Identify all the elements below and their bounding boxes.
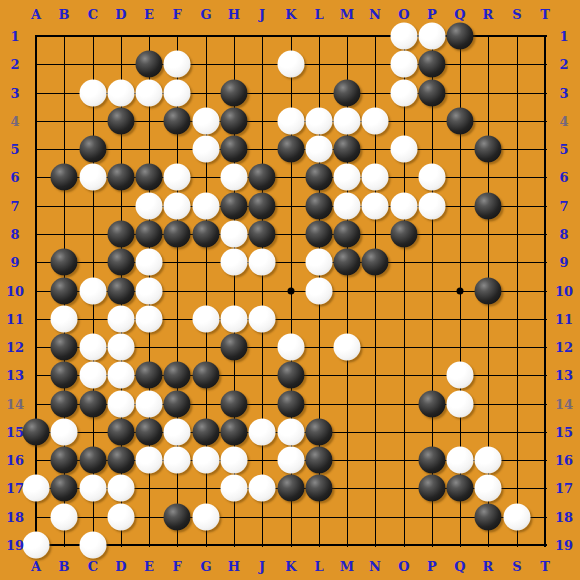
stone-white[interactable] <box>419 164 446 191</box>
stone-white[interactable] <box>164 447 191 474</box>
stone-black[interactable] <box>80 136 107 163</box>
star-point <box>457 288 464 295</box>
coordinate-label: 13 <box>6 368 24 383</box>
coordinate-label: R <box>483 559 494 574</box>
stone-white[interactable] <box>278 419 305 446</box>
stone-white[interactable] <box>306 108 333 135</box>
stone-white[interactable] <box>447 391 474 418</box>
stone-black[interactable] <box>278 475 305 502</box>
coordinate-label: 17 <box>6 481 24 496</box>
stone-black[interactable] <box>136 51 163 78</box>
stone-white[interactable] <box>334 334 361 361</box>
stone-white[interactable] <box>362 108 389 135</box>
stone-black[interactable] <box>278 136 305 163</box>
stone-white[interactable] <box>108 391 135 418</box>
stone-black[interactable] <box>51 164 78 191</box>
stone-black[interactable] <box>193 221 220 248</box>
coordinate-label: 17 <box>555 481 573 496</box>
stone-black[interactable] <box>221 419 248 446</box>
coordinate-label: 12 <box>6 340 24 355</box>
stone-white[interactable] <box>164 419 191 446</box>
stone-white[interactable] <box>51 419 78 446</box>
coordinate-label: 7 <box>559 199 568 214</box>
stone-black[interactable] <box>51 391 78 418</box>
stone-black[interactable] <box>334 249 361 276</box>
stone-black[interactable] <box>221 334 248 361</box>
stone-black[interactable] <box>108 164 135 191</box>
stone-white[interactable] <box>306 278 333 305</box>
stone-white[interactable] <box>80 80 107 107</box>
stone-white[interactable] <box>108 334 135 361</box>
stone-black[interactable] <box>108 221 135 248</box>
stone-black[interactable] <box>447 23 474 50</box>
coordinate-label: 4 <box>559 114 568 129</box>
coordinate-label: 19 <box>555 538 573 553</box>
coordinate-label: 9 <box>10 255 19 270</box>
stone-white[interactable] <box>249 475 276 502</box>
stone-black[interactable] <box>249 193 276 220</box>
stone-white[interactable] <box>51 306 78 333</box>
coordinate-label: 1 <box>10 29 19 44</box>
stone-white[interactable] <box>108 504 135 531</box>
stone-white[interactable] <box>362 193 389 220</box>
stone-white[interactable] <box>391 51 418 78</box>
stone-black[interactable] <box>108 278 135 305</box>
stone-black[interactable] <box>136 221 163 248</box>
go-board: AABBCCDDEEFFGGHHJJKKLLMMNNOOPPQQRRSSTT11… <box>0 0 580 580</box>
coordinate-label: 16 <box>555 453 573 468</box>
stone-white[interactable] <box>80 362 107 389</box>
stone-white[interactable] <box>306 249 333 276</box>
coordinate-label: 15 <box>555 425 573 440</box>
stone-white[interactable] <box>249 249 276 276</box>
stone-white[interactable] <box>193 108 220 135</box>
stone-white[interactable] <box>221 306 248 333</box>
coordinate-label: L <box>314 559 323 574</box>
stone-white[interactable] <box>278 447 305 474</box>
coordinate-label: 18 <box>555 510 573 525</box>
stone-white[interactable] <box>80 334 107 361</box>
coordinate-label: 10 <box>555 284 573 299</box>
stone-black[interactable] <box>51 334 78 361</box>
coordinate-label: 8 <box>10 227 19 242</box>
stone-black[interactable] <box>136 419 163 446</box>
coordinate-label: D <box>115 559 126 574</box>
coordinate-label: M <box>340 559 354 574</box>
coordinate-label: 2 <box>10 57 19 72</box>
stone-white[interactable] <box>504 504 531 531</box>
coordinate-label: A <box>31 7 41 22</box>
coordinate-label: P <box>427 559 437 574</box>
stone-black[interactable] <box>419 80 446 107</box>
stone-black[interactable] <box>221 108 248 135</box>
stone-white[interactable] <box>221 447 248 474</box>
stone-white[interactable] <box>278 51 305 78</box>
stone-black[interactable] <box>51 475 78 502</box>
stone-black[interactable] <box>334 80 361 107</box>
coordinate-label: 9 <box>559 255 568 270</box>
stone-black[interactable] <box>249 164 276 191</box>
coordinate-label: E <box>144 7 154 22</box>
stone-black[interactable] <box>419 391 446 418</box>
coordinate-label: Q <box>454 559 465 574</box>
stone-white[interactable] <box>221 164 248 191</box>
coordinate-label: C <box>88 7 98 22</box>
stone-white[interactable] <box>391 136 418 163</box>
coordinate-label: O <box>398 559 409 574</box>
coordinate-label: 11 <box>555 312 573 327</box>
stone-black[interactable] <box>278 391 305 418</box>
stone-white[interactable] <box>136 193 163 220</box>
stone-black[interactable] <box>447 108 474 135</box>
coordinate-label: B <box>59 7 70 22</box>
stone-white[interactable] <box>193 193 220 220</box>
stone-white[interactable] <box>391 193 418 220</box>
grid-line-vertical <box>404 35 405 547</box>
coordinate-label: 4 <box>10 114 19 129</box>
stone-white[interactable] <box>391 80 418 107</box>
stone-white[interactable] <box>136 249 163 276</box>
stone-black[interactable] <box>80 391 107 418</box>
stone-black[interactable] <box>475 136 502 163</box>
coordinate-label: 5 <box>10 142 19 157</box>
stone-black[interactable] <box>164 504 191 531</box>
stone-black[interactable] <box>278 362 305 389</box>
stone-black[interactable] <box>164 108 191 135</box>
coordinate-label: T <box>540 559 550 574</box>
stone-black[interactable] <box>108 419 135 446</box>
stone-white[interactable] <box>164 164 191 191</box>
coordinate-label: E <box>144 559 154 574</box>
coordinate-label: 16 <box>6 453 24 468</box>
stone-black[interactable] <box>221 193 248 220</box>
stone-white[interactable] <box>362 164 389 191</box>
coordinate-label: Q <box>454 7 465 22</box>
stone-black[interactable] <box>306 419 333 446</box>
stone-white[interactable] <box>334 108 361 135</box>
coordinate-label: 8 <box>559 227 568 242</box>
coordinate-label: S <box>512 7 521 22</box>
stone-white[interactable] <box>278 108 305 135</box>
stone-black[interactable] <box>334 136 361 163</box>
coordinate-label: H <box>228 559 240 574</box>
stone-black[interactable] <box>306 475 333 502</box>
stone-black[interactable] <box>306 164 333 191</box>
coordinate-label: R <box>483 7 494 22</box>
stone-black[interactable] <box>306 447 333 474</box>
stone-white[interactable] <box>193 306 220 333</box>
stone-white[interactable] <box>306 136 333 163</box>
coordinate-label: S <box>512 559 521 574</box>
stone-white[interactable] <box>221 475 248 502</box>
coordinate-label: T <box>540 7 550 22</box>
stone-white[interactable] <box>419 23 446 50</box>
stone-white[interactable] <box>80 532 107 559</box>
coordinate-label: 10 <box>6 284 24 299</box>
stone-white[interactable] <box>193 504 220 531</box>
coordinate-label: K <box>285 7 296 22</box>
stone-white[interactable] <box>249 419 276 446</box>
stone-black[interactable] <box>475 278 502 305</box>
coordinate-label: F <box>172 559 181 574</box>
coordinate-label: 3 <box>10 86 19 101</box>
coordinate-label: 6 <box>10 170 19 185</box>
grid-line-vertical <box>544 35 546 547</box>
stone-white[interactable] <box>23 532 50 559</box>
stone-white[interactable] <box>80 475 107 502</box>
stone-white[interactable] <box>164 51 191 78</box>
stone-black[interactable] <box>23 419 50 446</box>
coordinate-label: N <box>369 7 381 22</box>
stone-black[interactable] <box>164 391 191 418</box>
stone-white[interactable] <box>108 475 135 502</box>
stone-black[interactable] <box>51 278 78 305</box>
coordinate-label: O <box>398 7 409 22</box>
stone-white[interactable] <box>334 164 361 191</box>
stone-white[interactable] <box>475 447 502 474</box>
stone-black[interactable] <box>475 193 502 220</box>
coordinate-label: F <box>172 7 181 22</box>
grid-line-vertical <box>517 35 518 547</box>
stone-black[interactable] <box>419 475 446 502</box>
star-point <box>288 288 295 295</box>
coordinate-label: 19 <box>6 538 24 553</box>
coordinate-label: J <box>259 7 265 22</box>
stone-black[interactable] <box>51 362 78 389</box>
coordinate-label: 11 <box>6 312 24 327</box>
stone-white[interactable] <box>193 447 220 474</box>
coordinate-label: 6 <box>559 170 568 185</box>
coordinate-label: 3 <box>559 86 568 101</box>
coordinate-label: G <box>200 7 211 22</box>
coordinate-label: 1 <box>559 29 568 44</box>
stone-black[interactable] <box>334 221 361 248</box>
stone-black[interactable] <box>108 249 135 276</box>
stone-black[interactable] <box>306 221 333 248</box>
coordinate-label: N <box>369 559 381 574</box>
stone-white[interactable] <box>249 306 276 333</box>
stone-white[interactable] <box>136 278 163 305</box>
stone-white[interactable] <box>391 23 418 50</box>
coordinate-label: 2 <box>559 57 568 72</box>
stone-black[interactable] <box>80 447 107 474</box>
stone-white[interactable] <box>164 80 191 107</box>
stone-black[interactable] <box>136 362 163 389</box>
coordinate-label: 14 <box>555 397 573 412</box>
stone-black[interactable] <box>51 447 78 474</box>
stone-white[interactable] <box>80 164 107 191</box>
coordinate-label: 12 <box>555 340 573 355</box>
stone-white[interactable] <box>447 447 474 474</box>
stone-white[interactable] <box>136 447 163 474</box>
grid-line-horizontal <box>35 544 547 546</box>
stone-black[interactable] <box>419 51 446 78</box>
stone-white[interactable] <box>164 193 191 220</box>
coordinate-label: J <box>259 559 265 574</box>
coordinate-label: 13 <box>555 368 573 383</box>
stone-white[interactable] <box>447 362 474 389</box>
stone-white[interactable] <box>221 221 248 248</box>
stone-black[interactable] <box>419 447 446 474</box>
coordinate-label: 14 <box>6 397 24 412</box>
stone-black[interactable] <box>108 447 135 474</box>
stone-black[interactable] <box>447 475 474 502</box>
stone-white[interactable] <box>334 193 361 220</box>
stone-black[interactable] <box>221 391 248 418</box>
stone-white[interactable] <box>475 475 502 502</box>
stone-white[interactable] <box>108 306 135 333</box>
stone-white[interactable] <box>221 249 248 276</box>
coordinate-label: K <box>285 559 296 574</box>
coordinate-label: 18 <box>6 510 24 525</box>
coordinate-label: A <box>31 559 41 574</box>
coordinate-label: D <box>115 7 126 22</box>
stone-black[interactable] <box>51 249 78 276</box>
stone-white[interactable] <box>136 391 163 418</box>
stone-black[interactable] <box>193 419 220 446</box>
stone-black[interactable] <box>136 164 163 191</box>
stone-black[interactable] <box>164 221 191 248</box>
stone-white[interactable] <box>23 475 50 502</box>
stone-white[interactable] <box>108 80 135 107</box>
coordinate-label: G <box>200 559 211 574</box>
stone-white[interactable] <box>278 334 305 361</box>
coordinate-label: P <box>427 7 437 22</box>
stone-black[interactable] <box>306 193 333 220</box>
stone-white[interactable] <box>108 362 135 389</box>
coordinate-label: 7 <box>10 199 19 214</box>
coordinate-label: C <box>88 559 98 574</box>
stone-black[interactable] <box>193 362 220 389</box>
stone-white[interactable] <box>419 193 446 220</box>
stone-black[interactable] <box>249 221 276 248</box>
coordinate-label: M <box>340 7 354 22</box>
stone-black[interactable] <box>164 362 191 389</box>
coordinate-label: H <box>228 7 240 22</box>
stone-black[interactable] <box>362 249 389 276</box>
coordinate-label: 15 <box>6 425 24 440</box>
coordinate-label: B <box>59 559 70 574</box>
stone-black[interactable] <box>475 504 502 531</box>
stone-white[interactable] <box>80 278 107 305</box>
stone-white[interactable] <box>193 136 220 163</box>
stone-white[interactable] <box>136 306 163 333</box>
stone-black[interactable] <box>108 108 135 135</box>
coordinate-label: 5 <box>559 142 568 157</box>
stone-black[interactable] <box>221 136 248 163</box>
coordinate-label: L <box>314 7 323 22</box>
stone-black[interactable] <box>221 80 248 107</box>
stone-white[interactable] <box>136 80 163 107</box>
stone-black[interactable] <box>391 221 418 248</box>
stone-white[interactable] <box>51 504 78 531</box>
